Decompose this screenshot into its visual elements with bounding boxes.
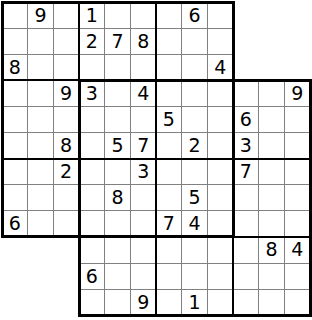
cell-r3c3[interactable]: [53, 54, 79, 80]
cell-r4c8[interactable]: [182, 80, 208, 106]
cell-r2c9[interactable]: [207, 28, 233, 54]
cell-r2c1[interactable]: [2, 28, 28, 54]
cell-r3c9[interactable]: 4: [207, 54, 233, 80]
cell-r9c3[interactable]: [53, 211, 79, 237]
cell-r10c7[interactable]: [156, 237, 182, 263]
cell-r10c4[interactable]: [79, 237, 105, 263]
cell-r6c10[interactable]: 3: [233, 133, 259, 159]
cell-r11c8[interactable]: [182, 263, 208, 289]
cell-r8c3[interactable]: [53, 185, 79, 211]
cell-r5c6[interactable]: [130, 106, 156, 132]
given-digit: 7: [240, 162, 252, 181]
cell-r5c7[interactable]: 5: [156, 106, 182, 132]
cell-r11c10[interactable]: [233, 263, 259, 289]
cell-r5c12[interactable]: [284, 106, 310, 132]
given-digit: 6: [86, 267, 98, 286]
cell-r9c5[interactable]: [105, 211, 131, 237]
given-digit: 5: [111, 136, 123, 155]
puzzle-page: 91627884934956857232378567484691: [0, 0, 312, 320]
cell-r12c10[interactable]: [233, 289, 259, 315]
cell-r10c6[interactable]: [130, 237, 156, 263]
cell-r7c3[interactable]: 2: [53, 159, 79, 185]
given-digit: 8: [111, 188, 123, 207]
given-digit: 9: [60, 84, 72, 103]
cell-r8c10[interactable]: [233, 185, 259, 211]
cell-r4c7[interactable]: [156, 80, 182, 106]
given-digit: 9: [34, 6, 46, 25]
cell-r11c9[interactable]: [207, 263, 233, 289]
given-digit: 3: [137, 162, 149, 181]
cell-r2c4[interactable]: 2: [79, 28, 105, 54]
cell-r12c8[interactable]: 1: [182, 289, 208, 315]
cell-r8c9[interactable]: [207, 185, 233, 211]
given-digit: 4: [214, 58, 226, 77]
cell-r9c11[interactable]: [259, 211, 285, 237]
cell-r9c6[interactable]: [130, 211, 156, 237]
cell-r4c1[interactable]: [2, 80, 28, 106]
cell-r10c8[interactable]: [182, 237, 208, 263]
cell-r4c5[interactable]: [105, 80, 131, 106]
cell-r5c8[interactable]: [182, 106, 208, 132]
cell-r6c3[interactable]: 8: [53, 133, 79, 159]
cell-r1c5[interactable]: [105, 2, 131, 28]
cell-r6c4[interactable]: [79, 133, 105, 159]
cell-r12c4[interactable]: [79, 289, 105, 315]
cell-r2c7[interactable]: [156, 28, 182, 54]
given-digit: 4: [137, 84, 149, 103]
cell-r3c6[interactable]: [130, 54, 156, 80]
cell-r9c10[interactable]: [233, 211, 259, 237]
cell-r4c12[interactable]: 9: [284, 80, 310, 106]
cell-r10c12[interactable]: 4: [284, 237, 310, 263]
cell-r7c4[interactable]: [79, 159, 105, 185]
cell-r12c6[interactable]: 9: [130, 289, 156, 315]
cell-r4c4[interactable]: 3: [79, 80, 105, 106]
cell-r7c6[interactable]: 3: [130, 159, 156, 185]
cell-r7c10[interactable]: 7: [233, 159, 259, 185]
cell-r12c9[interactable]: [207, 289, 233, 315]
cell-r11c5[interactable]: [105, 263, 131, 289]
given-digit: 2: [188, 136, 200, 155]
cell-r5c5[interactable]: [105, 106, 131, 132]
cell-r8c12[interactable]: [284, 185, 310, 211]
cell-r11c7[interactable]: [156, 263, 182, 289]
cell-r1c7[interactable]: [156, 2, 182, 28]
cell-r3c1[interactable]: 8: [2, 54, 28, 80]
cell-r8c4[interactable]: [79, 185, 105, 211]
cell-r6c11[interactable]: [259, 133, 285, 159]
cell-r12c11[interactable]: [259, 289, 285, 315]
cell-r8c2[interactable]: [28, 185, 54, 211]
cell-r6c8[interactable]: 2: [182, 133, 208, 159]
cell-r5c1[interactable]: [2, 106, 28, 132]
cell-r6c9[interactable]: [207, 133, 233, 159]
given-digit: 6: [188, 6, 200, 25]
cell-r7c5[interactable]: [105, 159, 131, 185]
cell-r11c4[interactable]: 6: [79, 263, 105, 289]
given-digit: 9: [291, 84, 303, 103]
given-digit: 1: [188, 293, 200, 312]
cell-r1c3[interactable]: [53, 2, 79, 28]
cell-r7c9[interactable]: [207, 159, 233, 185]
cell-r3c2[interactable]: [28, 54, 54, 80]
cell-r6c2[interactable]: [28, 133, 54, 159]
given-digit: 5: [188, 188, 200, 207]
cell-r7c11[interactable]: [259, 159, 285, 185]
cell-r2c3[interactable]: [53, 28, 79, 54]
given-digit: 9: [137, 293, 149, 312]
cell-r6c5[interactable]: 5: [105, 133, 131, 159]
given-digit: 2: [86, 32, 98, 51]
cell-r1c6[interactable]: [130, 2, 156, 28]
cell-r4c10[interactable]: [233, 80, 259, 106]
given-digit: 8: [265, 240, 277, 259]
given-digit: 4: [188, 214, 200, 233]
cell-r4c2[interactable]: [28, 80, 54, 106]
cell-r1c8[interactable]: 6: [182, 2, 208, 28]
cell-r8c7[interactable]: [156, 185, 182, 211]
cell-r9c1[interactable]: 6: [2, 211, 28, 237]
cell-r1c4[interactable]: 1: [79, 2, 105, 28]
cell-r3c4[interactable]: [79, 54, 105, 80]
cell-r5c4[interactable]: [79, 106, 105, 132]
cell-r9c9[interactable]: [207, 211, 233, 237]
cell-r7c7[interactable]: [156, 159, 182, 185]
cell-r5c11[interactable]: [259, 106, 285, 132]
cell-r7c1[interactable]: [2, 159, 28, 185]
cell-r9c2[interactable]: [28, 211, 54, 237]
cell-r10c11[interactable]: 8: [259, 237, 285, 263]
given-digit: 8: [9, 58, 21, 77]
cell-r2c8[interactable]: [182, 28, 208, 54]
cell-r9c8[interactable]: 4: [182, 211, 208, 237]
cell-r2c5[interactable]: 7: [105, 28, 131, 54]
cell-r6c7[interactable]: [156, 133, 182, 159]
given-digit: 3: [240, 136, 252, 155]
given-digit: 2: [60, 162, 72, 181]
cell-r4c6[interactable]: 4: [130, 80, 156, 106]
cell-r12c5[interactable]: [105, 289, 131, 315]
given-digit: 7: [137, 136, 149, 155]
cell-r5c3[interactable]: [53, 106, 79, 132]
cell-r4c3[interactable]: 9: [53, 80, 79, 106]
cell-r3c5[interactable]: [105, 54, 131, 80]
cell-r6c1[interactable]: [2, 133, 28, 159]
cell-r9c12[interactable]: [284, 211, 310, 237]
given-digit: 8: [137, 32, 149, 51]
cell-r1c2[interactable]: 9: [28, 2, 54, 28]
cell-r1c9[interactable]: [207, 2, 233, 28]
cell-r10c10[interactable]: [233, 237, 259, 263]
cell-r11c12[interactable]: [284, 263, 310, 289]
cell-r12c7[interactable]: [156, 289, 182, 315]
cell-r11c11[interactable]: [259, 263, 285, 289]
given-digit: 6: [240, 110, 252, 129]
cell-r5c9[interactable]: [207, 106, 233, 132]
cell-r3c7[interactable]: [156, 54, 182, 80]
cell-r5c10[interactable]: 6: [233, 106, 259, 132]
cell-r8c6[interactable]: [130, 185, 156, 211]
cell-r1c1[interactable]: [2, 2, 28, 28]
cell-r6c6[interactable]: 7: [130, 133, 156, 159]
cell-r7c12[interactable]: [284, 159, 310, 185]
cell-r7c2[interactable]: [28, 159, 54, 185]
cell-r4c11[interactable]: [259, 80, 285, 106]
given-digit: 4: [291, 240, 303, 259]
given-digit: 3: [86, 84, 98, 103]
cell-r4c9[interactable]: [207, 80, 233, 106]
given-digit: 5: [163, 110, 175, 129]
cell-r2c6[interactable]: 8: [130, 28, 156, 54]
cell-r5c2[interactable]: [28, 106, 54, 132]
cell-r2c2[interactable]: [28, 28, 54, 54]
cell-r8c11[interactable]: [259, 185, 285, 211]
cell-r7c8[interactable]: [182, 159, 208, 185]
given-digit: 1: [86, 6, 98, 25]
cell-r12c12[interactable]: [284, 289, 310, 315]
cell-r10c5[interactable]: [105, 237, 131, 263]
cell-r8c1[interactable]: [2, 185, 28, 211]
given-digit: 6: [9, 214, 21, 233]
given-digit: 7: [163, 214, 175, 233]
puzzle-board: 91627884934956857232378567484691: [2, 2, 310, 315]
given-digit: 8: [60, 136, 72, 155]
cell-r10c9[interactable]: [207, 237, 233, 263]
cell-r3c8[interactable]: [182, 54, 208, 80]
cell-r9c7[interactable]: 7: [156, 211, 182, 237]
given-digit: 7: [111, 32, 123, 51]
cell-r9c4[interactable]: [79, 211, 105, 237]
cell-r6c12[interactable]: [284, 133, 310, 159]
cell-r11c6[interactable]: [130, 263, 156, 289]
cell-r8c5[interactable]: 8: [105, 185, 131, 211]
cell-r8c8[interactable]: 5: [182, 185, 208, 211]
